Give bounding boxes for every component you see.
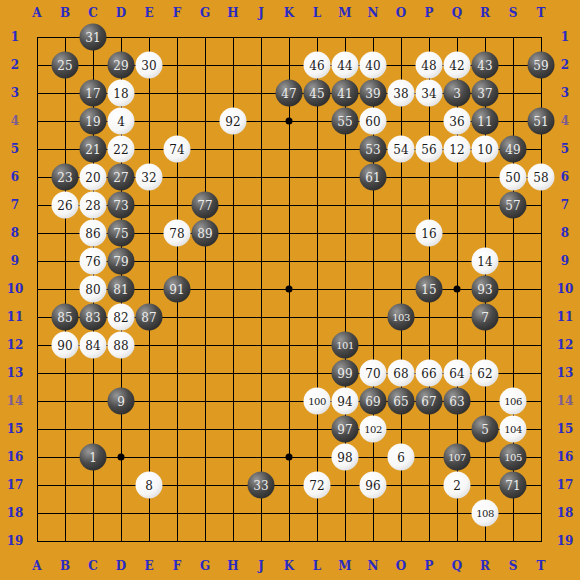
stone-white-S6-move-50: 50 [500, 164, 527, 191]
stone-white-H4-move-92: 92 [220, 108, 247, 135]
col-label-bottom-O: O [387, 559, 415, 573]
stone-black-M12-move-101: 101 [332, 332, 359, 359]
col-label-top-F: F [163, 6, 191, 20]
col-label-top-P: P [415, 6, 443, 20]
stone-black-Q16-move-107: 107 [444, 444, 471, 471]
row-label-right-5: 5 [552, 142, 578, 156]
star-point-Q10 [454, 286, 461, 293]
stone-black-C1-move-31: 31 [80, 24, 107, 51]
stone-white-Q4-move-36: 36 [444, 108, 471, 135]
stone-black-D7-move-73: 73 [108, 192, 135, 219]
stone-black-Q3-move-3: 3 [444, 80, 471, 107]
row-label-left-6: 6 [2, 170, 28, 184]
stone-black-N14-move-69: 69 [360, 388, 387, 415]
col-label-bottom-G: G [191, 559, 219, 573]
stone-black-B2-move-25: 25 [52, 52, 79, 79]
stone-white-O13-move-68: 68 [388, 360, 415, 387]
col-label-top-B: B [51, 6, 79, 20]
stone-white-N4-move-60: 60 [360, 108, 387, 135]
stone-white-P13-move-66: 66 [416, 360, 443, 387]
stone-white-P3-move-34: 34 [416, 80, 443, 107]
row-label-left-8: 8 [2, 226, 28, 240]
row-label-right-16: 16 [552, 450, 578, 464]
row-label-right-7: 7 [552, 198, 578, 212]
stone-black-R10-move-93: 93 [472, 276, 499, 303]
col-label-bottom-S: S [499, 559, 527, 573]
col-label-top-M: M [331, 6, 359, 20]
stone-black-M13-move-99: 99 [332, 360, 359, 387]
stone-white-L2-move-46: 46 [304, 52, 331, 79]
stone-black-D2-move-29: 29 [108, 52, 135, 79]
star-point-K16 [286, 454, 293, 461]
stone-black-G7-move-77: 77 [192, 192, 219, 219]
stone-black-R15-move-5: 5 [472, 416, 499, 443]
stone-white-E17-move-8: 8 [136, 472, 163, 499]
row-label-right-13: 13 [552, 366, 578, 380]
stone-white-Q17-move-2: 2 [444, 472, 471, 499]
stone-black-D9-move-79: 79 [108, 248, 135, 275]
stone-white-D5-move-22: 22 [108, 136, 135, 163]
star-point-K10 [286, 286, 293, 293]
stone-white-Q2-move-42: 42 [444, 52, 471, 79]
row-label-left-19: 19 [2, 534, 28, 548]
row-label-left-1: 1 [2, 30, 28, 44]
row-label-right-19: 19 [552, 534, 578, 548]
row-label-left-12: 12 [2, 338, 28, 352]
stone-white-C7-move-28: 28 [80, 192, 107, 219]
stone-black-C4-move-19: 19 [80, 108, 107, 135]
stone-white-P5-move-56: 56 [416, 136, 443, 163]
stone-white-N13-move-70: 70 [360, 360, 387, 387]
row-label-left-9: 9 [2, 254, 28, 268]
col-label-bottom-N: N [359, 559, 387, 573]
col-label-top-T: T [527, 6, 555, 20]
stone-black-D10-move-81: 81 [108, 276, 135, 303]
row-label-right-11: 11 [552, 310, 578, 324]
stone-white-P2-move-48: 48 [416, 52, 443, 79]
row-label-left-13: 13 [2, 366, 28, 380]
stone-black-B6-move-23: 23 [52, 164, 79, 191]
stone-white-S15-move-104: 104 [500, 416, 527, 443]
stone-black-S17-move-71: 71 [500, 472, 527, 499]
stone-white-M2-move-44: 44 [332, 52, 359, 79]
stone-white-F8-move-78: 78 [164, 220, 191, 247]
col-label-bottom-T: T [527, 559, 555, 573]
stone-white-M14-move-94: 94 [332, 388, 359, 415]
row-label-right-1: 1 [552, 30, 578, 44]
stone-white-E6-move-32: 32 [136, 164, 163, 191]
stone-black-O14-move-65: 65 [388, 388, 415, 415]
stone-black-O11-move-103: 103 [388, 304, 415, 331]
star-point-D16 [118, 454, 125, 461]
col-label-bottom-L: L [303, 559, 331, 573]
col-label-bottom-P: P [415, 559, 443, 573]
stone-black-R4-move-11: 11 [472, 108, 499, 135]
stone-white-T6-move-58: 58 [528, 164, 555, 191]
row-label-right-4: 4 [552, 114, 578, 128]
col-label-bottom-J: J [247, 559, 275, 573]
col-label-bottom-C: C [79, 559, 107, 573]
col-label-top-Q: Q [443, 6, 471, 20]
stone-black-R2-move-43: 43 [472, 52, 499, 79]
stone-white-B7-move-26: 26 [52, 192, 79, 219]
stone-white-N17-move-96: 96 [360, 472, 387, 499]
col-label-top-R: R [471, 6, 499, 20]
row-label-left-15: 15 [2, 422, 28, 436]
stone-white-S14-move-106: 106 [500, 388, 527, 415]
stone-white-C9-move-76: 76 [80, 248, 107, 275]
stone-black-M4-move-55: 55 [332, 108, 359, 135]
stone-black-T2-move-59: 59 [528, 52, 555, 79]
col-label-top-S: S [499, 6, 527, 20]
stone-white-P8-move-16: 16 [416, 220, 443, 247]
col-label-bottom-D: D [107, 559, 135, 573]
stone-black-S5-move-49: 49 [500, 136, 527, 163]
stone-white-C12-move-84: 84 [80, 332, 107, 359]
row-label-right-12: 12 [552, 338, 578, 352]
stone-black-B11-move-85: 85 [52, 304, 79, 331]
row-label-left-10: 10 [2, 282, 28, 296]
stone-black-K3-move-47: 47 [276, 80, 303, 107]
row-label-right-15: 15 [552, 422, 578, 436]
col-label-bottom-H: H [219, 559, 247, 573]
stone-black-T4-move-51: 51 [528, 108, 555, 135]
col-label-bottom-M: M [331, 559, 359, 573]
row-label-left-3: 3 [2, 86, 28, 100]
stone-black-R11-move-7: 7 [472, 304, 499, 331]
stone-white-Q13-move-64: 64 [444, 360, 471, 387]
col-label-top-H: H [219, 6, 247, 20]
stone-black-C16-move-1: 1 [80, 444, 107, 471]
stone-white-N15-move-102: 102 [360, 416, 387, 443]
stone-white-M16-move-98: 98 [332, 444, 359, 471]
stone-black-S7-move-57: 57 [500, 192, 527, 219]
row-label-left-14: 14 [2, 394, 28, 408]
stone-black-R3-move-37: 37 [472, 80, 499, 107]
stone-white-D4-move-4: 4 [108, 108, 135, 135]
row-label-right-3: 3 [552, 86, 578, 100]
stone-white-O16-move-6: 6 [388, 444, 415, 471]
stone-black-L3-move-45: 45 [304, 80, 331, 107]
row-label-right-17: 17 [552, 478, 578, 492]
col-label-top-L: L [303, 6, 331, 20]
row-label-left-18: 18 [2, 506, 28, 520]
stone-white-R13-move-62: 62 [472, 360, 499, 387]
col-label-bottom-K: K [275, 559, 303, 573]
col-label-bottom-E: E [135, 559, 163, 573]
stone-white-C6-move-20: 20 [80, 164, 107, 191]
row-label-left-4: 4 [2, 114, 28, 128]
col-label-bottom-A: A [23, 559, 51, 573]
col-label-bottom-F: F [163, 559, 191, 573]
row-label-left-7: 7 [2, 198, 28, 212]
col-label-top-A: A [23, 6, 51, 20]
stone-white-Q5-move-12: 12 [444, 136, 471, 163]
col-label-top-E: E [135, 6, 163, 20]
stone-white-O5-move-54: 54 [388, 136, 415, 163]
stone-black-C11-move-83: 83 [80, 304, 107, 331]
col-label-bottom-B: B [51, 559, 79, 573]
stone-black-C5-move-21: 21 [80, 136, 107, 163]
stone-black-F10-move-91: 91 [164, 276, 191, 303]
stone-white-D11-move-82: 82 [108, 304, 135, 331]
row-label-left-5: 5 [2, 142, 28, 156]
stone-black-E11-move-87: 87 [136, 304, 163, 331]
row-label-left-17: 17 [2, 478, 28, 492]
row-label-right-18: 18 [552, 506, 578, 520]
stone-white-L17-move-72: 72 [304, 472, 331, 499]
stone-black-D6-move-27: 27 [108, 164, 135, 191]
stone-black-P10-move-15: 15 [416, 276, 443, 303]
col-label-top-C: C [79, 6, 107, 20]
stone-black-G8-move-89: 89 [192, 220, 219, 247]
stone-black-Q14-move-63: 63 [444, 388, 471, 415]
stone-black-N3-move-39: 39 [360, 80, 387, 107]
stone-black-M15-move-97: 97 [332, 416, 359, 443]
stone-white-B12-move-90: 90 [52, 332, 79, 359]
stone-black-S16-move-105: 105 [500, 444, 527, 471]
stone-black-N6-move-61: 61 [360, 164, 387, 191]
row-label-right-10: 10 [552, 282, 578, 296]
go-board[interactable]: AABBCCDDEEFFGGHHJJKKLLMMNNOOPPQQRRSSTT11… [0, 0, 580, 580]
col-label-top-D: D [107, 6, 135, 20]
row-label-right-8: 8 [552, 226, 578, 240]
stone-white-D3-move-18: 18 [108, 80, 135, 107]
stone-white-R9-move-14: 14 [472, 248, 499, 275]
stone-white-C10-move-80: 80 [80, 276, 107, 303]
stone-black-D8-move-75: 75 [108, 220, 135, 247]
stone-black-M3-move-41: 41 [332, 80, 359, 107]
row-label-left-11: 11 [2, 310, 28, 324]
col-label-top-J: J [247, 6, 275, 20]
stone-black-P14-move-67: 67 [416, 388, 443, 415]
stone-black-C3-move-17: 17 [80, 80, 107, 107]
row-label-right-9: 9 [552, 254, 578, 268]
row-label-left-2: 2 [2, 58, 28, 72]
star-point-K4 [286, 118, 293, 125]
row-label-left-16: 16 [2, 450, 28, 464]
stone-white-D12-move-88: 88 [108, 332, 135, 359]
row-label-right-6: 6 [552, 170, 578, 184]
col-label-bottom-Q: Q [443, 559, 471, 573]
stone-black-J17-move-33: 33 [248, 472, 275, 499]
row-label-right-2: 2 [552, 58, 578, 72]
col-label-top-G: G [191, 6, 219, 20]
stone-black-N5-move-53: 53 [360, 136, 387, 163]
col-label-top-O: O [387, 6, 415, 20]
stone-white-R18-move-108: 108 [472, 500, 499, 527]
stone-white-F5-move-74: 74 [164, 136, 191, 163]
col-label-top-K: K [275, 6, 303, 20]
stone-white-E2-move-30: 30 [136, 52, 163, 79]
stone-black-D14-move-9: 9 [108, 388, 135, 415]
stone-white-L14-move-100: 100 [304, 388, 331, 415]
stone-white-R5-move-10: 10 [472, 136, 499, 163]
col-label-bottom-R: R [471, 559, 499, 573]
col-label-top-N: N [359, 6, 387, 20]
stone-white-N2-move-40: 40 [360, 52, 387, 79]
stone-white-O3-move-38: 38 [388, 80, 415, 107]
row-label-right-14: 14 [552, 394, 578, 408]
stone-white-C8-move-86: 86 [80, 220, 107, 247]
